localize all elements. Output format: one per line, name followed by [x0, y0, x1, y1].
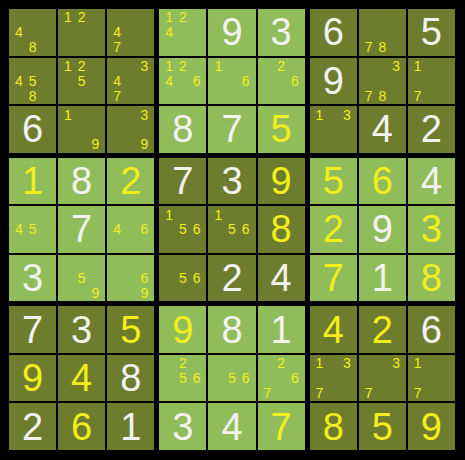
- cell-value: 4: [271, 259, 292, 297]
- pencil-empty-slot: [362, 356, 376, 371]
- cell-r2c1[interactable]: 458: [9, 58, 56, 105]
- pencil-digit: 4: [12, 222, 26, 237]
- pencil-empty-slot: [162, 271, 176, 286]
- pencil-empty-slot: [340, 137, 354, 152]
- pencil-empty-slot: [124, 88, 138, 103]
- pencil-empty-slot: [239, 386, 253, 401]
- pencil-digit: 2: [274, 356, 288, 371]
- pencil-digit: 2: [75, 59, 89, 74]
- pencil-empty-slot: [89, 40, 103, 55]
- pencil-empty-slot: [411, 371, 425, 386]
- pencil-empty-slot: [124, 285, 138, 300]
- cell-value: 2: [120, 162, 141, 200]
- pencil-empty-slot: [61, 73, 75, 88]
- pencil-empty-slot: [389, 10, 403, 25]
- cell-r1c3[interactable]: 47: [107, 9, 154, 56]
- pencil-empty-slot: [340, 371, 354, 386]
- pencil-empty-slot: [26, 237, 40, 252]
- pencil-digit: 9: [89, 137, 103, 152]
- cell-r7c1[interactable]: 7: [9, 306, 56, 353]
- pencil-empty-slot: [26, 10, 40, 25]
- cell-value: 5: [372, 408, 393, 446]
- cell-value: 2: [323, 210, 344, 248]
- pencil-digit: 1: [313, 356, 327, 371]
- cell-r4c1[interactable]: 1: [9, 158, 56, 205]
- cell-r8c1[interactable]: 9: [9, 355, 56, 402]
- pencil-empty-slot: [124, 271, 138, 286]
- pencil-empty-slot: [75, 88, 89, 103]
- pencil-marks: 56: [211, 356, 252, 401]
- cell-r7c8[interactable]: 2: [359, 306, 406, 353]
- pencil-marks: 19: [61, 107, 102, 152]
- cell-r4c9[interactable]: 4: [408, 158, 455, 205]
- box-9: 4261373717859: [310, 306, 455, 450]
- pencil-marks: 39: [110, 107, 151, 152]
- pencil-digit: 1: [162, 10, 176, 25]
- cell-r4c7[interactable]: 5: [310, 158, 357, 205]
- cell-value: 7: [221, 110, 242, 148]
- pencil-digit: 7: [411, 88, 425, 103]
- pencil-marks: 137: [313, 356, 354, 401]
- pencil-empty-slot: [110, 285, 124, 300]
- cell-r3c1[interactable]: 6: [9, 106, 56, 153]
- pencil-empty-slot: [75, 256, 89, 271]
- pencil-digit: 9: [89, 285, 103, 300]
- pencil-marks: 12: [61, 10, 102, 55]
- cell-r3c8[interactable]: 4: [359, 106, 406, 153]
- cell-r5c1[interactable]: 45: [9, 206, 56, 253]
- pencil-empty-slot: [75, 137, 89, 152]
- pencil-marks: 78: [362, 10, 403, 55]
- pencil-marks: 13: [313, 107, 354, 152]
- pencil-digit: 3: [340, 107, 354, 122]
- pencil-empty-slot: [89, 271, 103, 286]
- pencil-digit: 9: [138, 137, 152, 152]
- pencil-digit: 7: [362, 88, 376, 103]
- pencil-empty-slot: [110, 107, 124, 122]
- pencil-empty-slot: [375, 73, 389, 88]
- pencil-digit: 1: [61, 107, 75, 122]
- pencil-empty-slot: [239, 59, 253, 74]
- pencil-empty-slot: [138, 256, 152, 271]
- pencil-digit: 6: [239, 73, 253, 88]
- cell-value: 3: [172, 408, 193, 446]
- pencil-empty-slot: [162, 222, 176, 237]
- cell-r5c8[interactable]: 9: [359, 206, 406, 253]
- pencil-empty-slot: [138, 88, 152, 103]
- cell-r3c6[interactable]: 5: [258, 106, 305, 153]
- pencil-empty-slot: [61, 40, 75, 55]
- pencil-empty-slot: [389, 40, 403, 55]
- pencil-empty-slot: [225, 59, 239, 74]
- pencil-digit: 7: [261, 386, 275, 401]
- cell-r5c6[interactable]: 8: [258, 206, 305, 253]
- pencil-empty-slot: [190, 237, 204, 252]
- pencil-marks: 458: [12, 59, 53, 104]
- pencil-digit: 3: [138, 59, 152, 74]
- pencil-empty-slot: [124, 25, 138, 40]
- cell-value: 7: [323, 259, 344, 297]
- cell-value: 3: [71, 311, 92, 349]
- cell-r6c7[interactable]: 7: [310, 255, 357, 302]
- pencil-empty-slot: [326, 137, 340, 152]
- pencil-digit: 6: [239, 222, 253, 237]
- pencil-empty-slot: [162, 237, 176, 252]
- cell-r9c7[interactable]: 8: [310, 403, 357, 450]
- pencil-digit: 9: [138, 285, 152, 300]
- cell-value: 4: [71, 359, 92, 397]
- cell-r2c9[interactable]: 17: [408, 58, 455, 105]
- pencil-empty-slot: [75, 25, 89, 40]
- pencil-digit: 5: [26, 222, 40, 237]
- pencil-empty-slot: [138, 25, 152, 40]
- cell-r2c2[interactable]: 125: [58, 58, 105, 105]
- pencil-empty-slot: [375, 10, 389, 25]
- cell-r1c2[interactable]: 12: [58, 9, 105, 56]
- pencil-marks: 47: [110, 10, 151, 55]
- cell-value: 4: [421, 162, 442, 200]
- pencil-empty-slot: [438, 88, 452, 103]
- cell-value: 9: [221, 13, 242, 51]
- cell-r6c5[interactable]: 2: [208, 255, 255, 302]
- pencil-empty-slot: [425, 59, 439, 74]
- cell-r6c6[interactable]: 4: [258, 255, 305, 302]
- pencil-digit: 8: [375, 40, 389, 55]
- cell-r9c1[interactable]: 2: [9, 403, 56, 450]
- pencil-digit: 5: [26, 73, 40, 88]
- pencil-empty-slot: [313, 371, 327, 386]
- pencil-empty-slot: [61, 271, 75, 286]
- cell-value: 2: [221, 259, 242, 297]
- cell-r3c2[interactable]: 19: [58, 106, 105, 153]
- pencil-empty-slot: [162, 386, 176, 401]
- cell-r1c5[interactable]: 9: [208, 9, 255, 56]
- pencil-marks: 59: [61, 256, 102, 301]
- pencil-digit: 2: [176, 10, 190, 25]
- pencil-empty-slot: [39, 40, 53, 55]
- pencil-empty-slot: [389, 73, 403, 88]
- pencil-empty-slot: [162, 40, 176, 55]
- cell-r4c6[interactable]: 9: [258, 158, 305, 205]
- pencil-digit: 8: [375, 88, 389, 103]
- pencil-empty-slot: [12, 237, 26, 252]
- pencil-empty-slot: [211, 356, 225, 371]
- pencil-empty-slot: [225, 207, 239, 222]
- cell-r1c4[interactable]: 124: [159, 9, 206, 56]
- pencil-empty-slot: [438, 73, 452, 88]
- pencil-digit: 2: [176, 356, 190, 371]
- pencil-digit: 1: [411, 59, 425, 74]
- cell-r9c8[interactable]: 5: [359, 403, 406, 450]
- cell-r6c3[interactable]: 69: [107, 255, 154, 302]
- pencil-empty-slot: [190, 10, 204, 25]
- cell-value: 2: [421, 110, 442, 148]
- cell-r5c9[interactable]: 3: [408, 206, 455, 253]
- pencil-digit: 1: [61, 10, 75, 25]
- cell-r3c7[interactable]: 13: [310, 106, 357, 153]
- pencil-digit: 7: [411, 386, 425, 401]
- pencil-empty-slot: [375, 371, 389, 386]
- cell-r4c5[interactable]: 3: [208, 158, 255, 205]
- pencil-digit: 8: [26, 40, 40, 55]
- cell-r8c4[interactable]: 256: [159, 355, 206, 402]
- cell-r7c5[interactable]: 8: [208, 306, 255, 353]
- cell-r5c4[interactable]: 156: [159, 206, 206, 253]
- pencil-empty-slot: [110, 237, 124, 252]
- pencil-digit: 2: [75, 10, 89, 25]
- pencil-empty-slot: [261, 59, 275, 74]
- pencil-empty-slot: [124, 222, 138, 237]
- pencil-empty-slot: [211, 222, 225, 237]
- pencil-digit: 1: [162, 207, 176, 222]
- pencil-empty-slot: [190, 386, 204, 401]
- cell-r5c7[interactable]: 2: [310, 206, 357, 253]
- pencil-empty-slot: [12, 59, 26, 74]
- pencil-digit: 1: [162, 59, 176, 74]
- pencil-empty-slot: [274, 73, 288, 88]
- cell-r8c3[interactable]: 8: [107, 355, 154, 402]
- pencil-marks: 267: [261, 356, 302, 401]
- cell-value: 6: [323, 13, 344, 51]
- pencil-empty-slot: [225, 386, 239, 401]
- cell-r1c8[interactable]: 78: [359, 9, 406, 56]
- cell-r9c4[interactable]: 3: [159, 403, 206, 450]
- cell-r8c8[interactable]: 37: [359, 355, 406, 402]
- pencil-digit: 4: [162, 73, 176, 88]
- pencil-empty-slot: [89, 10, 103, 25]
- cell-r9c5[interactable]: 4: [208, 403, 255, 450]
- pencil-empty-slot: [389, 371, 403, 386]
- cell-r5c2[interactable]: 7: [58, 206, 105, 253]
- box-1: 48124745812534761939: [9, 9, 154, 153]
- pencil-digit: 4: [12, 73, 26, 88]
- cell-r2c8[interactable]: 378: [359, 58, 406, 105]
- cell-value: 6: [421, 311, 442, 349]
- pencil-empty-slot: [89, 88, 103, 103]
- pencil-marks: 156: [162, 207, 203, 252]
- pencil-digit: 6: [138, 222, 152, 237]
- pencil-digit: 5: [75, 271, 89, 286]
- cell-r4c2[interactable]: 8: [58, 158, 105, 205]
- cell-value: 3: [271, 13, 292, 51]
- cell-r1c9[interactable]: 5: [408, 9, 455, 56]
- pencil-marks: 56: [162, 256, 203, 301]
- pencil-empty-slot: [438, 356, 452, 371]
- cell-r8c7[interactable]: 137: [310, 355, 357, 402]
- cell-r9c2[interactable]: 6: [58, 403, 105, 450]
- pencil-digit: 1: [313, 107, 327, 122]
- pencil-empty-slot: [261, 356, 275, 371]
- pencil-empty-slot: [124, 137, 138, 152]
- pencil-digit: 7: [313, 386, 327, 401]
- cell-r6c4[interactable]: 56: [159, 255, 206, 302]
- pencil-empty-slot: [75, 107, 89, 122]
- pencil-empty-slot: [438, 386, 452, 401]
- pencil-empty-slot: [326, 356, 340, 371]
- pencil-empty-slot: [138, 73, 152, 88]
- pencil-empty-slot: [110, 207, 124, 222]
- pencil-empty-slot: [190, 256, 204, 271]
- pencil-digit: 6: [239, 371, 253, 386]
- pencil-empty-slot: [61, 122, 75, 137]
- cell-r5c5[interactable]: 156: [208, 206, 255, 253]
- pencil-empty-slot: [110, 137, 124, 152]
- pencil-digit: 6: [190, 271, 204, 286]
- pencil-digit: 6: [288, 73, 302, 88]
- pencil-empty-slot: [124, 73, 138, 88]
- cell-r8c2[interactable]: 4: [58, 355, 105, 402]
- cell-r6c1[interactable]: 3: [9, 255, 56, 302]
- cell-r4c3[interactable]: 2: [107, 158, 154, 205]
- pencil-digit: 1: [211, 207, 225, 222]
- box-6: 564293718: [310, 158, 455, 302]
- sudoku-board: 4812474581253476193912493124616268756785…: [0, 0, 465, 460]
- pencil-empty-slot: [61, 285, 75, 300]
- cell-value: 9: [323, 62, 344, 100]
- cell-r9c6[interactable]: 7: [258, 403, 305, 450]
- cell-r9c3[interactable]: 1: [107, 403, 154, 450]
- cell-value: 9: [421, 408, 442, 446]
- box-5: 73915615685624: [159, 158, 304, 302]
- pencil-digit: 3: [138, 107, 152, 122]
- pencil-empty-slot: [75, 285, 89, 300]
- cell-r7c9[interactable]: 6: [408, 306, 455, 353]
- pencil-empty-slot: [313, 137, 327, 152]
- pencil-empty-slot: [12, 40, 26, 55]
- cell-value: 2: [372, 311, 393, 349]
- pencil-empty-slot: [375, 386, 389, 401]
- pencil-empty-slot: [362, 10, 376, 25]
- cell-r7c4[interactable]: 9: [159, 306, 206, 353]
- pencil-empty-slot: [389, 88, 403, 103]
- cell-r3c9[interactable]: 2: [408, 106, 455, 153]
- cell-value: 4: [372, 110, 393, 148]
- pencil-digit: 2: [176, 59, 190, 74]
- cell-value: 7: [22, 311, 43, 349]
- pencil-marks: 1246: [162, 59, 203, 104]
- box-4: 1824574635969: [9, 158, 154, 302]
- cell-value: 8: [421, 259, 442, 297]
- pencil-empty-slot: [12, 10, 26, 25]
- cell-value: 7: [71, 210, 92, 248]
- pencil-digit: 7: [362, 40, 376, 55]
- pencil-empty-slot: [89, 256, 103, 271]
- cell-value: 1: [22, 162, 43, 200]
- pencil-empty-slot: [110, 256, 124, 271]
- pencil-empty-slot: [124, 207, 138, 222]
- pencil-empty-slot: [124, 122, 138, 137]
- cell-r7c6[interactable]: 1: [258, 306, 305, 353]
- pencil-empty-slot: [190, 88, 204, 103]
- cell-r8c5[interactable]: 56: [208, 355, 255, 402]
- pencil-empty-slot: [176, 285, 190, 300]
- cell-value: 3: [221, 162, 242, 200]
- cell-value: 6: [372, 162, 393, 200]
- pencil-digit: 4: [162, 25, 176, 40]
- pencil-empty-slot: [39, 88, 53, 103]
- pencil-empty-slot: [39, 25, 53, 40]
- cell-r3c4[interactable]: 8: [159, 106, 206, 153]
- pencil-empty-slot: [75, 40, 89, 55]
- pencil-empty-slot: [274, 386, 288, 401]
- pencil-digit: 1: [61, 59, 75, 74]
- cell-r8c6[interactable]: 267: [258, 355, 305, 402]
- cell-value: 7: [172, 162, 193, 200]
- pencil-empty-slot: [389, 25, 403, 40]
- pencil-empty-slot: [190, 25, 204, 40]
- pencil-empty-slot: [110, 271, 124, 286]
- pencil-digit: 5: [176, 271, 190, 286]
- cell-value: 5: [271, 110, 292, 148]
- cell-r3c5[interactable]: 7: [208, 106, 255, 153]
- pencil-marks: 45: [12, 207, 53, 252]
- pencil-empty-slot: [340, 122, 354, 137]
- cell-value: 9: [271, 162, 292, 200]
- pencil-marks: 17: [411, 59, 452, 104]
- pencil-empty-slot: [190, 285, 204, 300]
- cell-r2c5[interactable]: 16: [208, 58, 255, 105]
- pencil-marks: 69: [110, 256, 151, 301]
- cell-r1c6[interactable]: 3: [258, 9, 305, 56]
- cell-r1c1[interactable]: 48: [9, 9, 56, 56]
- pencil-empty-slot: [225, 237, 239, 252]
- pencil-empty-slot: [26, 25, 40, 40]
- cell-r1c7[interactable]: 6: [310, 9, 357, 56]
- pencil-digit: 3: [389, 356, 403, 371]
- pencil-empty-slot: [110, 122, 124, 137]
- pencil-marks: 46: [110, 207, 151, 252]
- cell-r2c3[interactable]: 347: [107, 58, 154, 105]
- box-2: 1249312461626875: [159, 9, 304, 153]
- cell-r4c4[interactable]: 7: [159, 158, 206, 205]
- pencil-empty-slot: [39, 59, 53, 74]
- cell-r9c9[interactable]: 9: [408, 403, 455, 450]
- pencil-empty-slot: [12, 207, 26, 222]
- pencil-empty-slot: [39, 10, 53, 25]
- cell-r2c7[interactable]: 9: [310, 58, 357, 105]
- cell-r3c3[interactable]: 39: [107, 106, 154, 153]
- pencil-digit: 6: [138, 271, 152, 286]
- pencil-empty-slot: [124, 40, 138, 55]
- cell-r7c2[interactable]: 3: [58, 306, 105, 353]
- pencil-digit: 7: [362, 386, 376, 401]
- cell-r6c8[interactable]: 1: [359, 255, 406, 302]
- pencil-marks: 156: [211, 207, 252, 252]
- cell-r4c8[interactable]: 6: [359, 158, 406, 205]
- pencil-empty-slot: [110, 59, 124, 74]
- cell-r5c3[interactable]: 46: [107, 206, 154, 253]
- cell-r7c7[interactable]: 4: [310, 306, 357, 353]
- cell-r7c3[interactable]: 5: [107, 306, 154, 353]
- pencil-empty-slot: [162, 88, 176, 103]
- pencil-empty-slot: [362, 371, 376, 386]
- cell-r2c6[interactable]: 26: [258, 58, 305, 105]
- pencil-empty-slot: [162, 356, 176, 371]
- pencil-marks: 347: [110, 59, 151, 104]
- cell-r2c4[interactable]: 1246: [159, 58, 206, 105]
- cell-value: 9: [22, 359, 43, 397]
- cell-r8c9[interactable]: 17: [408, 355, 455, 402]
- pencil-digit: 1: [411, 356, 425, 371]
- cell-r6c9[interactable]: 8: [408, 255, 455, 302]
- cell-value: 8: [323, 408, 344, 446]
- pencil-digit: 6: [190, 371, 204, 386]
- pencil-marks: 256: [162, 356, 203, 401]
- cell-r6c2[interactable]: 59: [58, 255, 105, 302]
- pencil-empty-slot: [61, 137, 75, 152]
- pencil-empty-slot: [176, 386, 190, 401]
- pencil-marks: 378: [362, 59, 403, 104]
